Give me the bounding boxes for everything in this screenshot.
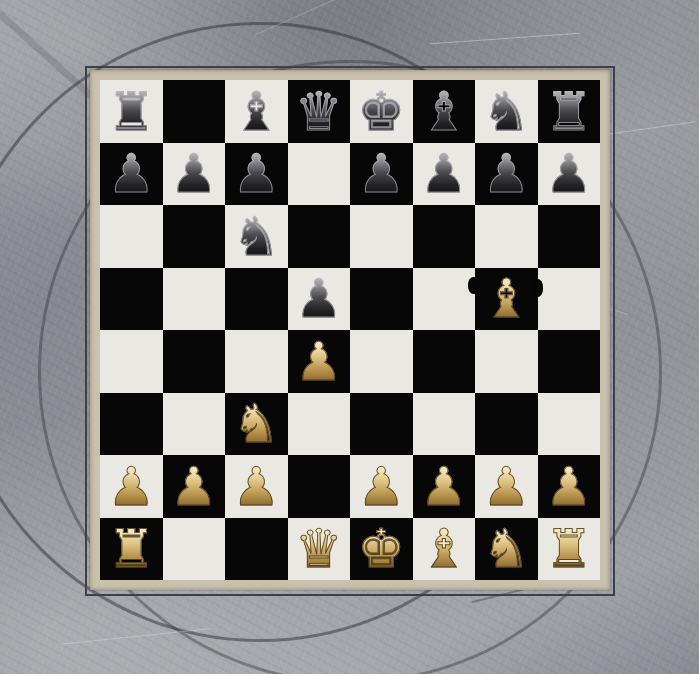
chess-board[interactable]: ♜♝♛♚♝♞♜♟♟♟♟♟♟♟♞♟♝♟♞♟♟♟♟♟♟♟♜♛♚♝♞♜ (100, 80, 600, 580)
piece-black-pawn-b7[interactable]: ♟ (170, 147, 218, 200)
square-c8[interactable]: ♝ (225, 80, 288, 143)
piece-white-pawn-f2[interactable]: ♟ (420, 460, 468, 513)
square-a6[interactable] (100, 205, 163, 268)
square-c2[interactable]: ♟ (225, 455, 288, 518)
square-c7[interactable]: ♟ (225, 143, 288, 206)
square-f5[interactable] (413, 268, 476, 331)
square-e6[interactable] (350, 205, 413, 268)
square-a8[interactable]: ♜ (100, 80, 163, 143)
square-f2[interactable]: ♟ (413, 455, 476, 518)
metal-background: ♜♝♛♚♝♞♜♟♟♟♟♟♟♟♞♟♝♟♞♟♟♟♟♟♟♟♜♛♚♝♞♜ (0, 0, 699, 674)
piece-white-pawn-h2[interactable]: ♟ (545, 460, 593, 513)
square-d5[interactable]: ♟ (288, 268, 351, 331)
piece-white-bishop-g5[interactable]: ♝ (482, 272, 530, 325)
square-h4[interactable] (538, 330, 601, 393)
square-d8[interactable]: ♛ (288, 80, 351, 143)
square-g7[interactable]: ♟ (475, 143, 538, 206)
square-e3[interactable] (350, 393, 413, 456)
square-e2[interactable]: ♟ (350, 455, 413, 518)
square-d6[interactable] (288, 205, 351, 268)
square-a2[interactable]: ♟ (100, 455, 163, 518)
square-d4[interactable]: ♟ (288, 330, 351, 393)
square-e5[interactable] (350, 268, 413, 331)
square-g2[interactable]: ♟ (475, 455, 538, 518)
square-h1[interactable]: ♜ (538, 518, 601, 581)
piece-black-pawn-g7[interactable]: ♟ (482, 147, 530, 200)
square-g8[interactable]: ♞ (475, 80, 538, 143)
square-h7[interactable]: ♟ (538, 143, 601, 206)
piece-white-pawn-b2[interactable]: ♟ (170, 460, 218, 513)
piece-white-pawn-c2[interactable]: ♟ (232, 460, 280, 513)
square-f6[interactable] (413, 205, 476, 268)
square-b3[interactable] (163, 393, 226, 456)
piece-white-rook-a1[interactable]: ♜ (107, 522, 155, 575)
piece-white-pawn-e2[interactable]: ♟ (357, 460, 405, 513)
square-g3[interactable] (475, 393, 538, 456)
square-f3[interactable] (413, 393, 476, 456)
square-g1[interactable]: ♞ (475, 518, 538, 581)
piece-white-knight-g1[interactable]: ♞ (482, 522, 530, 575)
square-b1[interactable] (163, 518, 226, 581)
square-c6[interactable]: ♞ (225, 205, 288, 268)
square-c1[interactable] (225, 518, 288, 581)
square-h5[interactable] (538, 268, 601, 331)
board-rim: ♜♝♛♚♝♞♜♟♟♟♟♟♟♟♞♟♝♟♞♟♟♟♟♟♟♟♜♛♚♝♞♜ (90, 70, 610, 590)
square-g6[interactable] (475, 205, 538, 268)
piece-white-pawn-g2[interactable]: ♟ (482, 460, 530, 513)
piece-white-knight-c3[interactable]: ♞ (232, 397, 280, 450)
square-a3[interactable] (100, 393, 163, 456)
square-d3[interactable] (288, 393, 351, 456)
square-d1[interactable]: ♛ (288, 518, 351, 581)
piece-black-pawn-h7[interactable]: ♟ (545, 147, 593, 200)
square-c5[interactable] (225, 268, 288, 331)
piece-white-pawn-d4[interactable]: ♟ (295, 335, 343, 388)
square-d2[interactable] (288, 455, 351, 518)
piece-black-king-e8[interactable]: ♚ (357, 85, 405, 138)
piece-black-pawn-f7[interactable]: ♟ (420, 147, 468, 200)
square-a4[interactable] (100, 330, 163, 393)
square-e7[interactable]: ♟ (350, 143, 413, 206)
square-a5[interactable] (100, 268, 163, 331)
square-f8[interactable]: ♝ (413, 80, 476, 143)
piece-white-pawn-a2[interactable]: ♟ (107, 460, 155, 513)
square-b8[interactable] (163, 80, 226, 143)
square-a7[interactable]: ♟ (100, 143, 163, 206)
square-h2[interactable]: ♟ (538, 455, 601, 518)
piece-black-rook-a8[interactable]: ♜ (107, 85, 155, 138)
piece-white-king-e1[interactable]: ♚ (357, 522, 405, 575)
piece-black-rook-h8[interactable]: ♜ (545, 85, 593, 138)
piece-black-pawn-a7[interactable]: ♟ (107, 147, 155, 200)
square-g5[interactable]: ♝ (475, 268, 538, 331)
square-e4[interactable] (350, 330, 413, 393)
square-b4[interactable] (163, 330, 226, 393)
square-b2[interactable]: ♟ (163, 455, 226, 518)
square-b7[interactable]: ♟ (163, 143, 226, 206)
square-b6[interactable] (163, 205, 226, 268)
piece-black-knight-c6[interactable]: ♞ (232, 210, 280, 263)
square-a1[interactable]: ♜ (100, 518, 163, 581)
piece-black-bishop-f8[interactable]: ♝ (420, 85, 468, 138)
square-d7[interactable] (288, 143, 351, 206)
square-h8[interactable]: ♜ (538, 80, 601, 143)
piece-white-queen-d1[interactable]: ♛ (295, 522, 343, 575)
square-c4[interactable] (225, 330, 288, 393)
square-g4[interactable] (475, 330, 538, 393)
square-h6[interactable] (538, 205, 601, 268)
piece-black-pawn-e7[interactable]: ♟ (357, 147, 405, 200)
piece-black-bishop-c8[interactable]: ♝ (232, 85, 280, 138)
piece-black-queen-d8[interactable]: ♛ (295, 85, 343, 138)
piece-black-knight-g8[interactable]: ♞ (482, 85, 530, 138)
piece-white-rook-h1[interactable]: ♜ (545, 522, 593, 575)
square-f7[interactable]: ♟ (413, 143, 476, 206)
square-e1[interactable]: ♚ (350, 518, 413, 581)
square-e8[interactable]: ♚ (350, 80, 413, 143)
square-f4[interactable] (413, 330, 476, 393)
square-f1[interactable]: ♝ (413, 518, 476, 581)
square-b5[interactable] (163, 268, 226, 331)
piece-black-pawn-d5[interactable]: ♟ (295, 272, 343, 325)
square-h3[interactable] (538, 393, 601, 456)
piece-black-pawn-c7[interactable]: ♟ (232, 147, 280, 200)
square-c3[interactable]: ♞ (225, 393, 288, 456)
piece-white-bishop-f1[interactable]: ♝ (420, 522, 468, 575)
